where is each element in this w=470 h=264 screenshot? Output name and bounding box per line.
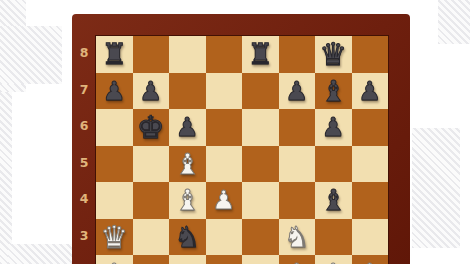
square-c5[interactable]: ♝	[169, 146, 206, 183]
square-g6[interactable]: ♟	[315, 109, 352, 146]
rank-label-8: 8	[76, 45, 92, 60]
background-stripe-texture	[438, 0, 470, 44]
square-h2[interactable]: ♟	[352, 255, 389, 264]
piece-white-knight[interactable]: ♞	[284, 220, 310, 254]
piece-black-rook[interactable]: ♜	[101, 37, 127, 71]
piece-black-pawn[interactable]: ♟	[322, 110, 345, 144]
square-d2[interactable]	[206, 255, 243, 264]
square-g2[interactable]: ♟	[315, 255, 352, 264]
piece-black-pawn[interactable]: ♟	[103, 74, 126, 108]
square-h5[interactable]	[352, 146, 389, 183]
square-b4[interactable]	[133, 182, 170, 219]
square-d4[interactable]: ♟	[206, 182, 243, 219]
square-d7[interactable]	[206, 73, 243, 110]
square-e5[interactable]	[242, 146, 279, 183]
piece-white-pawn[interactable]: ♟	[212, 183, 235, 217]
square-c6[interactable]: ♟	[169, 109, 206, 146]
square-f7[interactable]: ♟	[279, 73, 316, 110]
chess-board[interactable]: ♜♜♛♟♟♟♝♟♚♟♟♝♝♟♝♛♞♞♟♟♟♟	[95, 35, 389, 264]
square-a7[interactable]: ♟	[96, 73, 133, 110]
piece-white-pawn[interactable]: ♟	[285, 256, 308, 264]
square-g4[interactable]: ♝	[315, 182, 352, 219]
square-d5[interactable]	[206, 146, 243, 183]
square-c8[interactable]	[169, 36, 206, 73]
piece-black-pawn[interactable]: ♟	[139, 74, 162, 108]
square-e7[interactable]	[242, 73, 279, 110]
square-f5[interactable]	[279, 146, 316, 183]
piece-white-bishop[interactable]: ♝	[174, 183, 200, 217]
square-a6[interactable]	[96, 109, 133, 146]
piece-black-pawn[interactable]: ♟	[285, 74, 308, 108]
background-stripe-texture	[412, 128, 460, 248]
chess-board-frame: 876543 ♜♜♛♟♟♟♝♟♚♟♟♝♝♟♝♛♞♞♟♟♟♟	[72, 14, 410, 264]
piece-black-king[interactable]: ♚	[137, 110, 165, 144]
board-grid: ♜♜♛♟♟♟♝♟♚♟♟♝♝♟♝♛♞♞♟♟♟♟	[96, 36, 388, 264]
piece-black-bishop[interactable]: ♝	[320, 183, 346, 217]
square-d8[interactable]	[206, 36, 243, 73]
piece-black-pawn[interactable]: ♟	[358, 74, 381, 108]
piece-black-bishop[interactable]: ♝	[320, 74, 346, 108]
piece-white-pawn[interactable]: ♟	[358, 256, 381, 264]
square-h8[interactable]	[352, 36, 389, 73]
square-b7[interactable]: ♟	[133, 73, 170, 110]
background-stripe-texture	[0, 92, 12, 264]
square-g7[interactable]: ♝	[315, 73, 352, 110]
piece-white-queen[interactable]: ♛	[100, 220, 128, 254]
square-f4[interactable]	[279, 182, 316, 219]
square-a8[interactable]: ♜	[96, 36, 133, 73]
square-e2[interactable]	[242, 255, 279, 264]
rank-label-5: 5	[76, 155, 92, 170]
square-h4[interactable]	[352, 182, 389, 219]
screenshot-root: 876543 ♜♜♛♟♟♟♝♟♚♟♟♝♝♟♝♛♞♞♟♟♟♟	[0, 0, 470, 264]
square-h6[interactable]	[352, 109, 389, 146]
square-d6[interactable]	[206, 109, 243, 146]
square-e8[interactable]: ♜	[242, 36, 279, 73]
piece-white-bishop[interactable]: ♝	[174, 147, 200, 181]
square-c3[interactable]: ♞	[169, 219, 206, 256]
square-a3[interactable]: ♛	[96, 219, 133, 256]
square-f6[interactable]	[279, 109, 316, 146]
piece-black-pawn[interactable]: ♟	[176, 110, 199, 144]
square-b3[interactable]	[133, 219, 170, 256]
square-g5[interactable]	[315, 146, 352, 183]
square-e3[interactable]	[242, 219, 279, 256]
square-h3[interactable]	[352, 219, 389, 256]
rank-label-6: 6	[76, 118, 92, 133]
square-a5[interactable]	[96, 146, 133, 183]
square-g8[interactable]: ♛	[315, 36, 352, 73]
square-c2[interactable]	[169, 255, 206, 264]
piece-black-knight[interactable]: ♞	[174, 220, 200, 254]
piece-black-queen[interactable]: ♛	[319, 37, 347, 71]
square-h7[interactable]: ♟	[352, 73, 389, 110]
square-a4[interactable]	[96, 182, 133, 219]
square-b8[interactable]	[133, 36, 170, 73]
square-f3[interactable]: ♞	[279, 219, 316, 256]
square-d3[interactable]	[206, 219, 243, 256]
background-stripe-texture	[8, 244, 72, 264]
background-stripe-texture	[0, 26, 62, 84]
square-b5[interactable]	[133, 146, 170, 183]
square-f8[interactable]	[279, 36, 316, 73]
square-c7[interactable]	[169, 73, 206, 110]
square-e4[interactable]	[242, 182, 279, 219]
square-c4[interactable]: ♝	[169, 182, 206, 219]
rank-label-3: 3	[76, 228, 92, 243]
square-b6[interactable]: ♚	[133, 109, 170, 146]
square-a2[interactable]: ♟	[96, 255, 133, 264]
rank-label-7: 7	[76, 82, 92, 97]
piece-white-pawn[interactable]: ♟	[322, 256, 345, 264]
piece-black-rook[interactable]: ♜	[247, 37, 273, 71]
square-e6[interactable]	[242, 109, 279, 146]
square-b2[interactable]	[133, 255, 170, 264]
square-g3[interactable]	[315, 219, 352, 256]
rank-label-4: 4	[76, 191, 92, 206]
square-f2[interactable]: ♟	[279, 255, 316, 264]
piece-white-pawn[interactable]: ♟	[103, 256, 126, 264]
